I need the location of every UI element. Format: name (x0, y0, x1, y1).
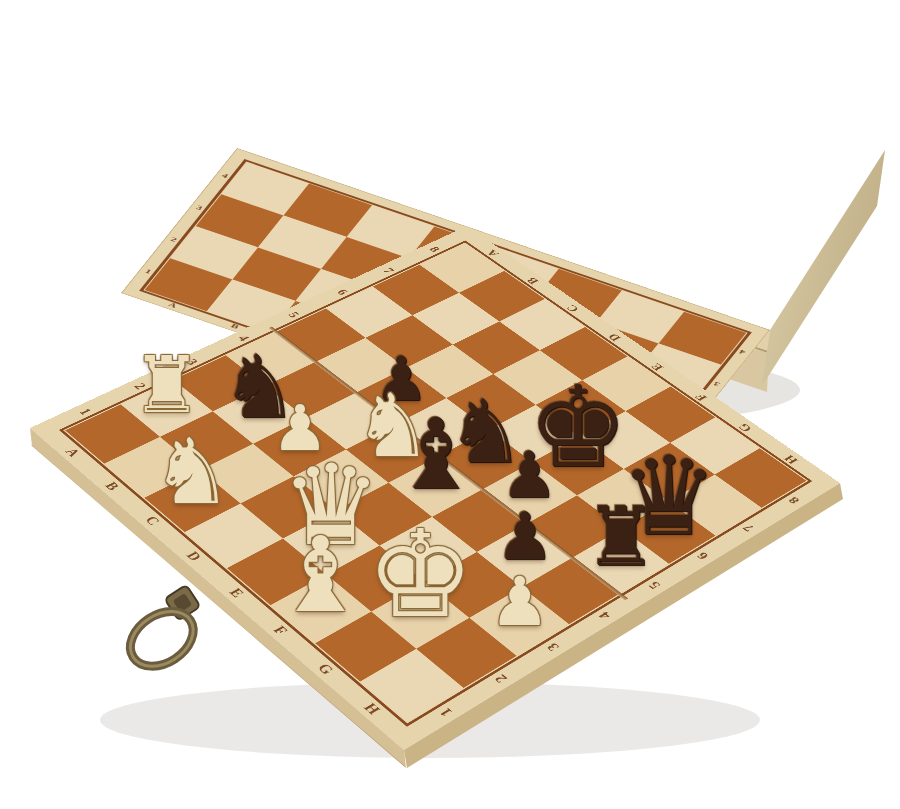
white-pawn-h3[interactable]: ♟ (490, 570, 550, 637)
white-rook-a2[interactable]: ♜ (132, 346, 202, 424)
black-pawn-g4[interactable]: ♟ (495, 505, 554, 570)
black-bishop-e4[interactable]: ♝ (392, 407, 480, 505)
white-bishop-f1[interactable]: ♝ (274, 524, 367, 628)
brass-hasp-icon (116, 585, 217, 678)
black-pawn-f5[interactable]: ♟ (501, 444, 558, 508)
black-rook-h5[interactable]: ♜ (584, 497, 657, 579)
product-photo-chess-set: { "game": "chess", "scene": "wooden fold… (0, 0, 900, 809)
white-king-g2[interactable]: ♚ (366, 515, 474, 636)
white-knight-c1[interactable]: ♞ (152, 428, 233, 519)
